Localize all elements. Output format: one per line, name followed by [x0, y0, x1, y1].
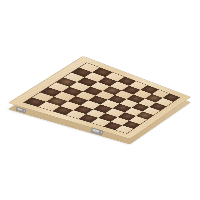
chessboard: [8, 56, 191, 139]
product-photo-canvas: [0, 0, 200, 200]
